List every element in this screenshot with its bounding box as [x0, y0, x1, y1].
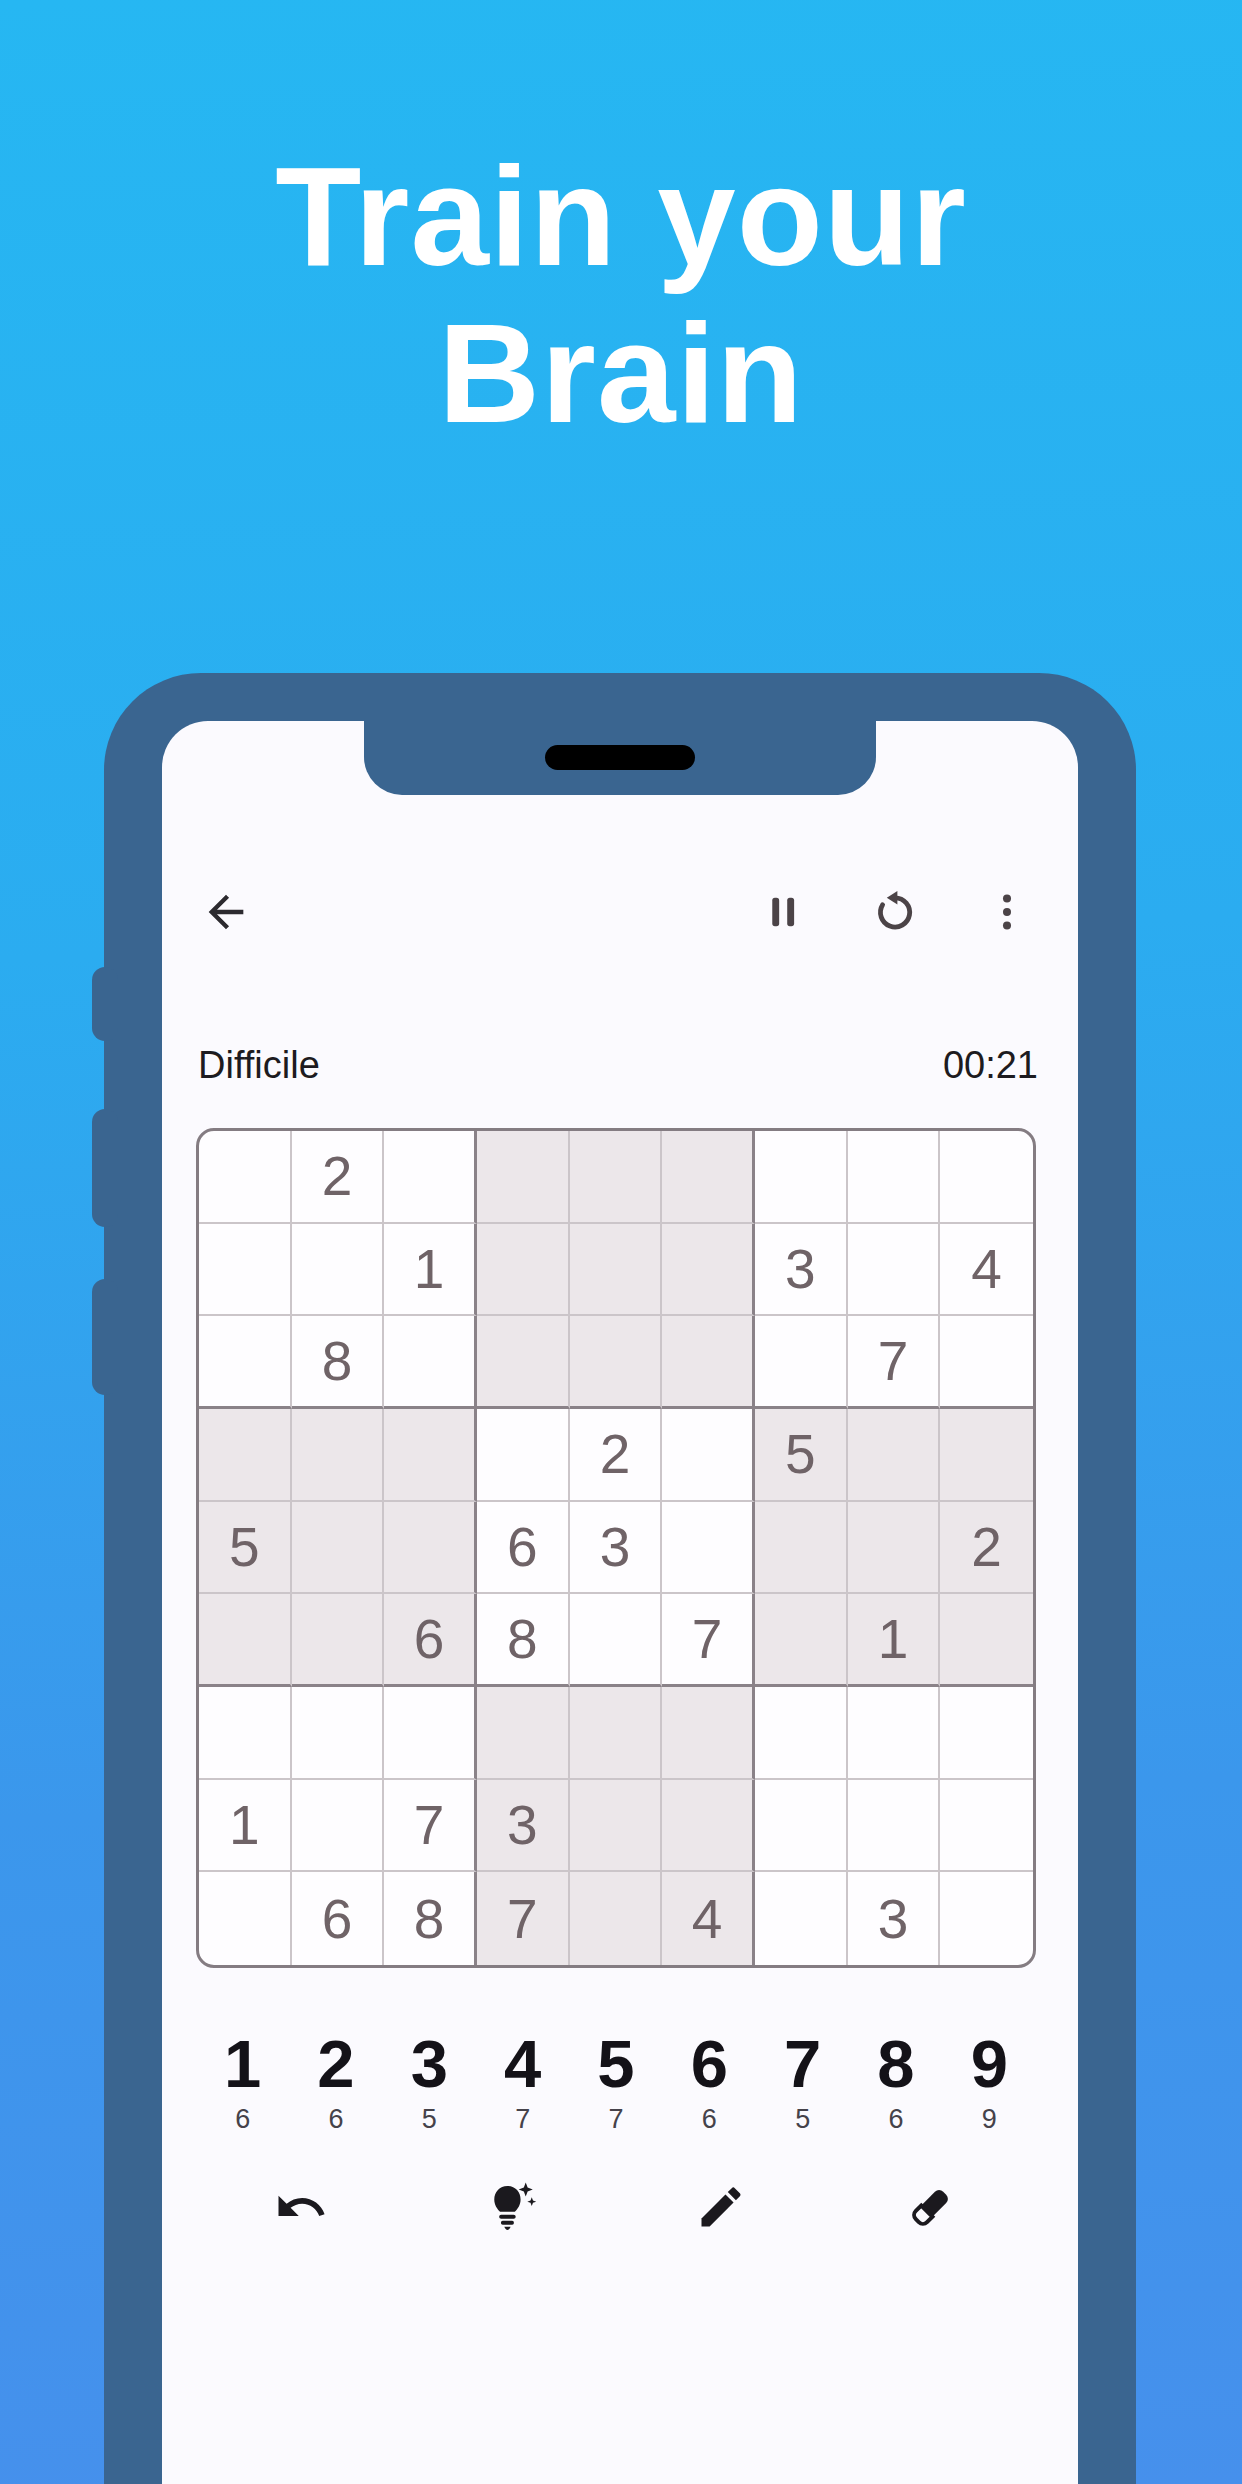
cell-r5c1[interactable]: 5: [199, 1502, 292, 1595]
cell-r9c6[interactable]: 4: [662, 1872, 755, 1965]
difficulty-label: Difficile: [198, 1044, 320, 1087]
cell-r4c5[interactable]: 2: [570, 1409, 663, 1502]
cell-r3c9[interactable]: [940, 1316, 1033, 1409]
phone-mockup: Difficile 00:21 213487255632687117368743…: [104, 673, 1136, 2484]
hero-title: Train your Brain: [0, 138, 1242, 451]
cell-r1c6[interactable]: [662, 1131, 755, 1224]
pause-icon: [760, 889, 806, 935]
back-arrow-icon: [200, 886, 252, 938]
cell-r3c5[interactable]: [570, 1316, 663, 1409]
cell-r6c5[interactable]: [570, 1594, 663, 1687]
cell-r7c3[interactable]: [384, 1687, 477, 1780]
cell-r6c1[interactable]: [199, 1594, 292, 1687]
cell-r8c3[interactable]: 7: [384, 1780, 477, 1873]
cell-r5c3[interactable]: [384, 1502, 477, 1595]
toolbar: [196, 2169, 1036, 2249]
cell-r2c3[interactable]: 1: [384, 1224, 477, 1317]
cell-r8c7[interactable]: [755, 1780, 848, 1873]
numpad-remaining-count: 7: [569, 2104, 662, 2135]
status-row: Difficile 00:21: [198, 1041, 1038, 1089]
numpad-key-2[interactable]: 26: [289, 2026, 382, 2135]
pause-button[interactable]: [757, 886, 809, 938]
cell-r5c5[interactable]: 3: [570, 1502, 663, 1595]
numpad-digit: 1: [196, 2026, 289, 2102]
cell-r7c4[interactable]: [477, 1687, 570, 1780]
numpad-key-1[interactable]: 16: [196, 2026, 289, 2135]
cell-r9c5[interactable]: [570, 1872, 663, 1965]
numpad-remaining-count: 5: [756, 2104, 849, 2135]
cell-r1c4[interactable]: [477, 1131, 570, 1224]
lightbulb-hint-icon: [482, 2180, 540, 2238]
eraser-button[interactable]: [897, 2175, 965, 2243]
pencil-icon: [695, 2181, 747, 2237]
cell-r9c1[interactable]: [199, 1872, 292, 1965]
hero-title-line2: Brain: [0, 295, 1242, 452]
cell-r4c2[interactable]: [292, 1409, 385, 1502]
phone-side-button: [92, 1109, 118, 1227]
cell-r1c5[interactable]: [570, 1131, 663, 1224]
cell-r4c7[interactable]: 5: [755, 1409, 848, 1502]
restart-button[interactable]: [869, 886, 921, 938]
phone-side-button: [92, 967, 118, 1041]
cell-r8c5[interactable]: [570, 1780, 663, 1873]
cell-r6c9[interactable]: [940, 1594, 1033, 1687]
cell-r4c8[interactable]: [848, 1409, 941, 1502]
numpad-key-8[interactable]: 86: [849, 2026, 942, 2135]
numpad-remaining-count: 6: [663, 2104, 756, 2135]
cell-r3c7[interactable]: [755, 1316, 848, 1409]
eraser-icon: [903, 2179, 959, 2239]
numpad-key-6[interactable]: 66: [663, 2026, 756, 2135]
more-menu-button[interactable]: [981, 886, 1033, 938]
cell-r3c2[interactable]: 8: [292, 1316, 385, 1409]
cell-r5c4[interactable]: 6: [477, 1502, 570, 1595]
cell-r4c3[interactable]: [384, 1409, 477, 1502]
undo-button[interactable]: [267, 2175, 335, 2243]
cell-r7c8[interactable]: [848, 1687, 941, 1780]
numpad-remaining-count: 9: [943, 2104, 1036, 2135]
cell-r2c5[interactable]: [570, 1224, 663, 1317]
cell-r9c4[interactable]: 7: [477, 1872, 570, 1965]
numpad-digit: 5: [569, 2026, 662, 2102]
cell-r3c3[interactable]: [384, 1316, 477, 1409]
cell-r5c6[interactable]: [662, 1502, 755, 1595]
cell-r2c8[interactable]: [848, 1224, 941, 1317]
numpad-key-3[interactable]: 35: [383, 2026, 476, 2135]
cell-r2c4[interactable]: [477, 1224, 570, 1317]
cell-r3c4[interactable]: [477, 1316, 570, 1409]
cell-r2c2[interactable]: [292, 1224, 385, 1317]
numpad-digit: 4: [476, 2026, 569, 2102]
cell-r7c7[interactable]: [755, 1687, 848, 1780]
numpad-digit: 8: [849, 2026, 942, 2102]
cell-r1c3[interactable]: [384, 1131, 477, 1224]
cell-r4c6[interactable]: [662, 1409, 755, 1502]
cell-r9c8[interactable]: 3: [848, 1872, 941, 1965]
cell-r8c1[interactable]: 1: [199, 1780, 292, 1873]
kebab-menu-icon: [984, 889, 1030, 935]
numpad-digit: 9: [943, 2026, 1036, 2102]
back-button[interactable]: [196, 882, 256, 942]
cell-r6c6[interactable]: 7: [662, 1594, 755, 1687]
cell-r9c7[interactable]: [755, 1872, 848, 1965]
sudoku-board: 213487255632687117368743: [196, 1128, 1036, 1968]
cell-r3c1[interactable]: [199, 1316, 292, 1409]
numpad-digit: 7: [756, 2026, 849, 2102]
cell-r4c1[interactable]: [199, 1409, 292, 1502]
cell-r8c8[interactable]: [848, 1780, 941, 1873]
restart-icon: [871, 888, 919, 936]
hint-button[interactable]: [477, 2175, 545, 2243]
cell-r1c8[interactable]: [848, 1131, 941, 1224]
cell-r4c9[interactable]: [940, 1409, 1033, 1502]
numpad-digit: 2: [289, 2026, 382, 2102]
cell-r7c1[interactable]: [199, 1687, 292, 1780]
timer-value: 00:21: [943, 1044, 1038, 1087]
cell-r6c8[interactable]: 1: [848, 1594, 941, 1687]
numpad-key-9[interactable]: 99: [943, 2026, 1036, 2135]
pencil-notes-button[interactable]: [687, 2175, 755, 2243]
cell-r2c1[interactable]: [199, 1224, 292, 1317]
cell-r1c7[interactable]: [755, 1131, 848, 1224]
numpad-key-5[interactable]: 57: [569, 2026, 662, 2135]
cell-r5c7[interactable]: [755, 1502, 848, 1595]
numpad-key-4[interactable]: 47: [476, 2026, 569, 2135]
cell-r8c2[interactable]: [292, 1780, 385, 1873]
cell-r4c4[interactable]: [477, 1409, 570, 1502]
cell-r8c6[interactable]: [662, 1780, 755, 1873]
phone-speaker: [545, 745, 695, 770]
numpad-remaining-count: 7: [476, 2104, 569, 2135]
numpad-remaining-count: 5: [383, 2104, 476, 2135]
phone-side-button: [92, 1279, 118, 1395]
cell-r7c5[interactable]: [570, 1687, 663, 1780]
cell-r6c3[interactable]: 6: [384, 1594, 477, 1687]
cell-r8c9[interactable]: [940, 1780, 1033, 1873]
hero-title-line1: Train your: [0, 138, 1242, 295]
numpad-remaining-count: 6: [849, 2104, 942, 2135]
cell-r2c6[interactable]: [662, 1224, 755, 1317]
phone-screen: Difficile 00:21 213487255632687117368743…: [162, 721, 1078, 2484]
phone-notch: [364, 721, 876, 795]
numpad-digit: 6: [663, 2026, 756, 2102]
cell-r7c2[interactable]: [292, 1687, 385, 1780]
cell-r1c2[interactable]: 2: [292, 1131, 385, 1224]
cell-r3c6[interactable]: [662, 1316, 755, 1409]
cell-r6c7[interactable]: [755, 1594, 848, 1687]
cell-r5c9[interactable]: 2: [940, 1502, 1033, 1595]
cell-r1c9[interactable]: [940, 1131, 1033, 1224]
cell-r3c8[interactable]: 7: [848, 1316, 941, 1409]
numpad-remaining-count: 6: [289, 2104, 382, 2135]
numpad-digit: 3: [383, 2026, 476, 2102]
cell-r7c9[interactable]: [940, 1687, 1033, 1780]
numpad: 162635475766758699: [196, 2026, 1036, 2135]
cell-r1c1[interactable]: [199, 1131, 292, 1224]
cell-r2c7[interactable]: 3: [755, 1224, 848, 1317]
undo-icon: [274, 2180, 328, 2238]
numpad-remaining-count: 6: [196, 2104, 289, 2135]
cell-r9c3[interactable]: 8: [384, 1872, 477, 1965]
cell-r9c2[interactable]: 6: [292, 1872, 385, 1965]
cell-r8c4[interactable]: 3: [477, 1780, 570, 1873]
cell-r7c6[interactable]: [662, 1687, 755, 1780]
cell-r9c9[interactable]: [940, 1872, 1033, 1965]
cell-r5c8[interactable]: [848, 1502, 941, 1595]
cell-r6c2[interactable]: [292, 1594, 385, 1687]
cell-r2c9[interactable]: 4: [940, 1224, 1033, 1317]
cell-r6c4[interactable]: 8: [477, 1594, 570, 1687]
cell-r5c2[interactable]: [292, 1502, 385, 1595]
numpad-key-7[interactable]: 75: [756, 2026, 849, 2135]
